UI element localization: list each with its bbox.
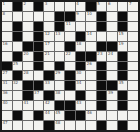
clue-number: 38 [55,91,60,95]
clue-number: 40 [3,101,8,105]
clue-number: 25 [13,62,18,66]
clue-number: 22 [66,52,71,56]
black-cell-r9c3 [23,81,33,90]
black-cell-r10c5 [44,91,54,100]
black-cell-r11c10 [97,101,107,110]
cell-r2c3[interactable] [23,12,33,21]
cell-r5c5[interactable]: 17 [44,42,54,51]
black-cell-r7c10 [97,62,107,71]
black-cell-r13c5 [44,121,54,130]
cell-r9c9[interactable] [86,81,96,90]
cell-r8c1[interactable]: 27 [2,71,12,80]
clue-number: 7 [129,2,132,6]
clue-number: 29 [55,71,60,75]
cell-r4c13[interactable] [128,32,138,41]
cell-r3c8[interactable] [76,22,86,31]
cell-r12c10[interactable] [97,111,107,120]
cell-r3c11[interactable] [107,22,117,31]
clue-number: 44 [45,111,50,115]
cell-r10c9[interactable] [86,91,96,100]
black-cell-r11c6 [55,101,65,110]
black-cell-r6c2 [13,52,23,61]
cell-r10c1[interactable]: 36 [2,91,12,100]
clue-number: 32 [13,81,18,85]
black-cell-r8c12 [118,71,128,80]
black-cell-r11c7 [65,101,75,110]
black-cell-r10c8 [76,91,86,100]
cell-r2c4[interactable] [34,12,44,21]
cell-r11c4[interactable] [34,101,44,110]
black-cell-r5c11 [107,42,117,51]
cell-r11c11[interactable] [107,101,117,110]
cell-r10c7[interactable] [65,91,75,100]
cell-r3c13[interactable] [128,22,138,31]
cell-r4c12[interactable]: 15 [118,32,128,41]
clue-number: 10 [87,12,92,16]
cell-r4c1[interactable] [2,32,12,41]
clue-number: 2 [24,2,27,6]
black-cell-r1c9 [86,2,96,11]
cell-r5c9[interactable] [86,42,96,51]
cell-r3c5[interactable] [44,22,54,31]
cell-r9c6[interactable] [55,81,65,90]
clue-number: 42 [45,101,50,105]
cell-r1c10[interactable]: 5 [97,2,107,11]
cell-r4c10[interactable] [97,32,107,41]
cell-r12c5[interactable]: 44 [44,111,54,120]
black-cell-r7c4 [34,62,44,71]
cell-r11c8[interactable]: 43 [76,101,86,110]
cell-r5c6[interactable] [55,42,65,51]
cell-r5c12[interactable]: 19 [118,42,128,51]
cell-r2c8[interactable]: 9 [76,12,86,21]
clue-number: 13 [55,32,60,36]
clue-number: 8 [3,12,6,16]
cell-r12c13[interactable] [128,111,138,120]
cell-r13c2[interactable] [13,121,23,130]
black-cell-r6c12 [118,52,128,61]
cell-r13c3[interactable] [23,121,33,130]
cell-r12c11[interactable] [107,111,117,120]
cell-r8c3[interactable]: 28 [23,71,33,80]
black-cell-r3c6 [55,22,65,31]
black-cell-r5c4 [34,42,44,51]
black-cell-r10c12 [118,91,128,100]
cell-r10c11[interactable]: 39 [107,91,117,100]
black-cell-r6c4 [34,52,44,61]
cell-r3c1[interactable] [2,22,12,31]
clue-number: 48 [55,121,60,125]
black-cell-r7c8 [76,62,86,71]
cell-r12c12[interactable] [118,111,128,120]
clue-number: 47 [3,121,8,125]
cell-r3c7[interactable]: 11 [65,22,75,31]
clue-number: 12 [45,32,50,36]
black-cell-r6c9 [86,52,96,61]
clue-number: 26 [87,62,92,66]
cell-r10c13[interactable] [128,91,138,100]
cell-r7c9[interactable]: 26 [86,62,96,71]
cell-r9c12[interactable]: 35 [118,81,128,90]
crossword-grid: 1234567891011121314151617181920212223242… [0,0,140,132]
cell-r8c13[interactable] [128,71,138,80]
clue-number: 23 [97,52,102,56]
cell-r13c6[interactable]: 48 [55,121,65,130]
cell-r6c10[interactable]: 23 [97,52,107,61]
cell-r4c7[interactable] [65,32,75,41]
black-cell-r9c4 [34,81,44,90]
cell-r6c11[interactable]: 24 [107,52,117,61]
cell-r13c7[interactable] [65,121,75,130]
clue-number: 19 [118,42,123,46]
cell-r10c4[interactable]: 37 [34,91,44,100]
cell-r4c11[interactable] [107,32,117,41]
clue-number: 33 [45,81,50,85]
black-cell-r1c4 [34,2,44,11]
clue-number: 30 [76,71,81,75]
clue-number: 39 [108,91,113,95]
black-cell-r11c12 [118,101,128,110]
cell-r8c8[interactable]: 30 [76,71,86,80]
black-cell-r8c10 [97,71,107,80]
black-cell-r12c7 [65,111,75,120]
cell-r8c6[interactable]: 29 [55,71,65,80]
cell-r7c7[interactable] [65,62,75,71]
black-cell-r3c12 [118,22,128,31]
cell-r9c13[interactable] [128,81,138,90]
cell-r13c1[interactable]: 47 [2,121,12,130]
black-cell-r10c3 [23,91,33,100]
black-cell-r6c8 [76,52,86,61]
clue-number: 28 [24,71,29,75]
cell-r12c6[interactable]: 45 [55,111,65,120]
black-cell-r2c10 [97,12,107,21]
black-cell-r12c4 [34,111,44,120]
cell-r3c3[interactable] [23,22,33,31]
cell-r13c4[interactable] [34,121,44,130]
clue-number: 1 [3,2,6,6]
cell-r5c2[interactable] [13,42,23,51]
cell-r6c3[interactable]: 20 [23,52,33,61]
clue-number: 18 [76,42,81,46]
black-cell-r7c1 [2,62,12,71]
black-cell-r9c11 [107,81,117,90]
cell-r7c13[interactable] [128,62,138,71]
cell-r4c6[interactable]: 13 [55,32,65,41]
cell-r8c11[interactable] [107,71,117,80]
clue-number: 4 [76,2,79,6]
clue-number: 34 [76,81,81,85]
black-cell-r8c5 [44,71,54,80]
cell-r3c9[interactable] [86,22,96,31]
cell-r13c11[interactable] [107,121,117,130]
cell-r1c3[interactable]: 2 [23,2,33,11]
clue-number: 11 [66,22,71,26]
cell-r2c9[interactable]: 10 [86,12,96,21]
cell-r6c1[interactable] [2,52,12,61]
cell-r6c13[interactable] [128,52,138,61]
clue-number: 6 [108,2,111,6]
cell-r7c11[interactable] [107,62,117,71]
cell-r11c9[interactable] [86,101,96,110]
clue-number: 5 [97,2,100,6]
black-cell-r3c4 [34,22,44,31]
cell-r7c3[interactable] [23,62,33,71]
clue-number: 24 [108,52,113,56]
cell-r10c6[interactable]: 38 [55,91,65,100]
cell-r1c5[interactable]: 3 [44,2,54,11]
cell-r9c1[interactable]: 31 [2,81,12,90]
cell-r2c11[interactable] [107,12,117,21]
cell-r1c13[interactable]: 7 [128,2,138,11]
black-cell-r2c6 [55,12,65,21]
black-cell-r7c12 [118,62,128,71]
clue-number: 45 [55,111,60,115]
cell-r1c6[interactable] [55,2,65,11]
clue-number: 37 [34,91,39,95]
cell-r6c7[interactable]: 22 [65,52,75,61]
cell-r9c8[interactable]: 34 [76,81,86,90]
cell-r1c12[interactable] [118,2,128,11]
clue-number: 15 [118,32,123,36]
black-cell-r4c8 [76,32,86,41]
cell-r12c3[interactable] [23,111,33,120]
cell-r12c9[interactable]: 46 [86,111,96,120]
clue-number: 17 [45,42,50,46]
cell-r1c7[interactable] [65,2,75,11]
cell-r11c3[interactable]: 41 [23,101,33,110]
cell-r7c5[interactable] [44,62,54,71]
clue-number: 9 [76,12,79,16]
black-cell-r13c12 [118,121,128,130]
black-cell-r5c7 [65,42,75,51]
cell-r7c2[interactable]: 25 [13,62,23,71]
cell-r6c5[interactable]: 21 [44,52,54,61]
cell-r11c1[interactable]: 40 [2,101,12,110]
cell-r5c1[interactable]: 16 [2,42,12,51]
cell-r8c9[interactable] [86,71,96,80]
black-cell-r8c7 [65,71,75,80]
black-cell-r8c2 [13,71,23,80]
cell-r11c2[interactable] [13,101,23,110]
cell-r13c8[interactable] [76,121,86,130]
clue-number: 36 [3,91,8,95]
clue-number: 41 [24,101,29,105]
clue-number: 20 [24,52,29,56]
cell-r2c13[interactable] [128,12,138,21]
black-cell-r12c8 [76,111,86,120]
black-cell-r4c4 [34,32,44,41]
cell-r4c5[interactable]: 12 [44,32,54,41]
clue-number: 21 [45,52,50,56]
clue-number: 43 [76,101,81,105]
cell-r5c13[interactable] [128,42,138,51]
black-cell-r9c10 [97,81,107,90]
cell-r1c1[interactable]: 1 [2,2,12,11]
black-cell-r10c10 [97,91,107,100]
clue-number: 27 [3,71,8,75]
black-cell-r4c2 [13,32,23,41]
black-cell-r1c2 [13,2,23,11]
cell-r2c5[interactable] [44,12,54,21]
cell-r9c5[interactable]: 33 [44,81,54,90]
black-cell-r2c7 [65,12,75,21]
cell-r8c4[interactable] [34,71,44,80]
black-cell-r5c10 [97,42,107,51]
clue-number: 14 [87,32,92,36]
black-cell-r12c2 [13,111,23,120]
clue-number: 35 [118,81,123,85]
cell-r13c9[interactable] [86,121,96,130]
black-cell-r5c3 [23,42,33,51]
cell-r5c8[interactable]: 18 [76,42,86,51]
black-cell-r9c7 [65,81,75,90]
black-cell-r3c2 [13,22,23,31]
cell-r11c5[interactable]: 42 [44,101,54,110]
clue-number: 46 [87,111,92,115]
cell-r12c1[interactable] [2,111,12,120]
cell-r6c6[interactable] [55,52,65,61]
cell-r4c9[interactable]: 14 [86,32,96,41]
cell-r11c13[interactable] [128,101,138,110]
cell-r13c13[interactable] [128,121,138,130]
clue-number: 16 [3,42,8,46]
cell-r1c11[interactable]: 6 [107,2,117,11]
cell-r2c1[interactable]: 8 [2,12,12,21]
cell-r9c2[interactable]: 32 [13,81,23,90]
cell-r2c2[interactable] [13,12,23,21]
black-cell-r3c10 [97,22,107,31]
clue-number: 31 [3,81,8,85]
black-cell-r13c10 [97,121,107,130]
clue-number: 3 [45,2,48,6]
cell-r4c3[interactable] [23,32,33,41]
black-cell-r2c12 [118,12,128,21]
cell-r10c2[interactable] [13,91,23,100]
cell-r1c8[interactable]: 4 [76,2,86,11]
black-cell-r7c6 [55,62,65,71]
